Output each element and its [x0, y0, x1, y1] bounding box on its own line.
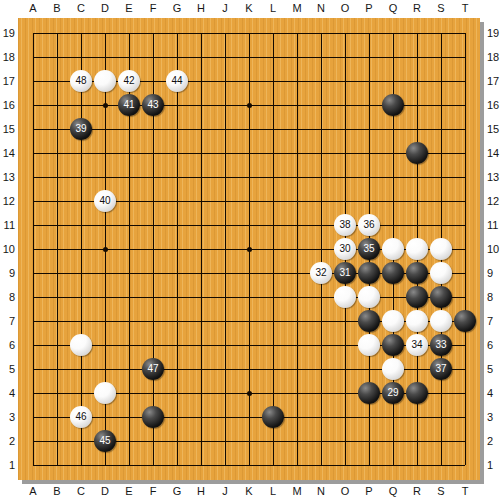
- intersection-J14[interactable]: [213, 141, 237, 165]
- intersection-P8[interactable]: [357, 285, 381, 309]
- intersection-H18[interactable]: [189, 45, 213, 69]
- intersection-A4[interactable]: [21, 381, 45, 405]
- intersection-E6[interactable]: [117, 333, 141, 357]
- intersection-G11[interactable]: [165, 213, 189, 237]
- intersection-S15[interactable]: [429, 117, 453, 141]
- intersection-R17[interactable]: [405, 69, 429, 93]
- intersection-O11[interactable]: 38: [333, 213, 357, 237]
- intersection-G5[interactable]: [165, 357, 189, 381]
- intersection-T12[interactable]: [453, 189, 477, 213]
- intersection-P10[interactable]: 35: [357, 237, 381, 261]
- intersection-A8[interactable]: [21, 285, 45, 309]
- intersection-O3[interactable]: [333, 405, 357, 429]
- intersection-A5[interactable]: [21, 357, 45, 381]
- intersection-N16[interactable]: [309, 93, 333, 117]
- intersection-C1[interactable]: [69, 453, 93, 477]
- intersection-P13[interactable]: [357, 165, 381, 189]
- intersection-N14[interactable]: [309, 141, 333, 165]
- intersection-B18[interactable]: [45, 45, 69, 69]
- intersection-F7[interactable]: [141, 309, 165, 333]
- intersection-G8[interactable]: [165, 285, 189, 309]
- intersection-O16[interactable]: [333, 93, 357, 117]
- intersection-R18[interactable]: [405, 45, 429, 69]
- intersection-G7[interactable]: [165, 309, 189, 333]
- intersection-H2[interactable]: [189, 429, 213, 453]
- intersection-J8[interactable]: [213, 285, 237, 309]
- intersection-L10[interactable]: [261, 237, 285, 261]
- intersection-A1[interactable]: [21, 453, 45, 477]
- intersection-A14[interactable]: [21, 141, 45, 165]
- intersection-E13[interactable]: [117, 165, 141, 189]
- intersection-J16[interactable]: [213, 93, 237, 117]
- intersection-L3[interactable]: [261, 405, 285, 429]
- intersection-A9[interactable]: [21, 261, 45, 285]
- intersection-D18[interactable]: [93, 45, 117, 69]
- intersection-K1[interactable]: [237, 453, 261, 477]
- intersection-D1[interactable]: [93, 453, 117, 477]
- intersection-C2[interactable]: [69, 429, 93, 453]
- intersection-S12[interactable]: [429, 189, 453, 213]
- intersection-E17[interactable]: 42: [117, 69, 141, 93]
- intersection-P18[interactable]: [357, 45, 381, 69]
- intersection-S11[interactable]: [429, 213, 453, 237]
- intersection-J17[interactable]: [213, 69, 237, 93]
- intersection-Q16[interactable]: [381, 93, 405, 117]
- intersection-R19[interactable]: [405, 21, 429, 45]
- intersection-C4[interactable]: [69, 381, 93, 405]
- intersection-B8[interactable]: [45, 285, 69, 309]
- intersection-N6[interactable]: [309, 333, 333, 357]
- intersection-E9[interactable]: [117, 261, 141, 285]
- intersection-L7[interactable]: [261, 309, 285, 333]
- intersection-T4[interactable]: [453, 381, 477, 405]
- intersection-Q2[interactable]: [381, 429, 405, 453]
- intersection-M14[interactable]: [285, 141, 309, 165]
- intersection-D15[interactable]: [93, 117, 117, 141]
- intersection-J7[interactable]: [213, 309, 237, 333]
- intersection-K19[interactable]: [237, 21, 261, 45]
- intersection-K9[interactable]: [237, 261, 261, 285]
- intersection-R5[interactable]: [405, 357, 429, 381]
- intersection-Q5[interactable]: [381, 357, 405, 381]
- intersection-T14[interactable]: [453, 141, 477, 165]
- intersection-B1[interactable]: [45, 453, 69, 477]
- intersection-E18[interactable]: [117, 45, 141, 69]
- intersection-G3[interactable]: [165, 405, 189, 429]
- intersection-F3[interactable]: [141, 405, 165, 429]
- intersection-D14[interactable]: [93, 141, 117, 165]
- intersection-R6[interactable]: 34: [405, 333, 429, 357]
- intersection-Q11[interactable]: [381, 213, 405, 237]
- intersection-N3[interactable]: [309, 405, 333, 429]
- intersection-E11[interactable]: [117, 213, 141, 237]
- intersection-K15[interactable]: [237, 117, 261, 141]
- intersection-K8[interactable]: [237, 285, 261, 309]
- intersection-B13[interactable]: [45, 165, 69, 189]
- intersection-B10[interactable]: [45, 237, 69, 261]
- intersection-S14[interactable]: [429, 141, 453, 165]
- intersection-T18[interactable]: [453, 45, 477, 69]
- intersection-Q1[interactable]: [381, 453, 405, 477]
- intersection-C11[interactable]: [69, 213, 93, 237]
- intersection-C13[interactable]: [69, 165, 93, 189]
- intersection-B4[interactable]: [45, 381, 69, 405]
- intersection-F10[interactable]: [141, 237, 165, 261]
- intersection-G16[interactable]: [165, 93, 189, 117]
- intersection-M15[interactable]: [285, 117, 309, 141]
- intersection-D17[interactable]: [93, 69, 117, 93]
- intersection-J1[interactable]: [213, 453, 237, 477]
- intersection-S3[interactable]: [429, 405, 453, 429]
- intersection-L17[interactable]: [261, 69, 285, 93]
- intersection-C18[interactable]: [69, 45, 93, 69]
- intersection-Q3[interactable]: [381, 405, 405, 429]
- intersection-T13[interactable]: [453, 165, 477, 189]
- intersection-S4[interactable]: [429, 381, 453, 405]
- intersection-R7[interactable]: [405, 309, 429, 333]
- intersection-L16[interactable]: [261, 93, 285, 117]
- intersection-D7[interactable]: [93, 309, 117, 333]
- intersection-T19[interactable]: [453, 21, 477, 45]
- intersection-O17[interactable]: [333, 69, 357, 93]
- intersection-N9[interactable]: 32: [309, 261, 333, 285]
- intersection-S2[interactable]: [429, 429, 453, 453]
- intersection-B3[interactable]: [45, 405, 69, 429]
- intersection-R1[interactable]: [405, 453, 429, 477]
- intersection-N13[interactable]: [309, 165, 333, 189]
- intersection-N4[interactable]: [309, 381, 333, 405]
- intersection-A11[interactable]: [21, 213, 45, 237]
- intersection-D5[interactable]: [93, 357, 117, 381]
- intersection-K13[interactable]: [237, 165, 261, 189]
- intersection-C9[interactable]: [69, 261, 93, 285]
- intersection-O7[interactable]: [333, 309, 357, 333]
- intersection-C14[interactable]: [69, 141, 93, 165]
- intersection-Q12[interactable]: [381, 189, 405, 213]
- intersection-R9[interactable]: [405, 261, 429, 285]
- intersection-C7[interactable]: [69, 309, 93, 333]
- intersection-F13[interactable]: [141, 165, 165, 189]
- intersection-E2[interactable]: [117, 429, 141, 453]
- intersection-B9[interactable]: [45, 261, 69, 285]
- intersection-K14[interactable]: [237, 141, 261, 165]
- intersection-K11[interactable]: [237, 213, 261, 237]
- intersection-T9[interactable]: [453, 261, 477, 285]
- intersection-T5[interactable]: [453, 357, 477, 381]
- intersection-T6[interactable]: [453, 333, 477, 357]
- intersection-F9[interactable]: [141, 261, 165, 285]
- intersection-O15[interactable]: [333, 117, 357, 141]
- intersection-O9[interactable]: 31: [333, 261, 357, 285]
- intersection-R16[interactable]: [405, 93, 429, 117]
- intersection-T15[interactable]: [453, 117, 477, 141]
- intersection-M13[interactable]: [285, 165, 309, 189]
- intersection-O4[interactable]: [333, 381, 357, 405]
- intersection-E4[interactable]: [117, 381, 141, 405]
- intersection-S10[interactable]: [429, 237, 453, 261]
- intersection-R12[interactable]: [405, 189, 429, 213]
- intersection-O12[interactable]: [333, 189, 357, 213]
- intersection-K16[interactable]: [237, 93, 261, 117]
- intersection-G17[interactable]: 44: [165, 69, 189, 93]
- intersection-S6[interactable]: 33: [429, 333, 453, 357]
- intersection-S1[interactable]: [429, 453, 453, 477]
- intersection-N5[interactable]: [309, 357, 333, 381]
- intersection-K5[interactable]: [237, 357, 261, 381]
- intersection-L12[interactable]: [261, 189, 285, 213]
- intersection-P5[interactable]: [357, 357, 381, 381]
- intersection-F16[interactable]: 43: [141, 93, 165, 117]
- intersection-O6[interactable]: [333, 333, 357, 357]
- intersection-D16[interactable]: [93, 93, 117, 117]
- intersection-L4[interactable]: [261, 381, 285, 405]
- intersection-J13[interactable]: [213, 165, 237, 189]
- intersection-P3[interactable]: [357, 405, 381, 429]
- intersection-H17[interactable]: [189, 69, 213, 93]
- intersection-F2[interactable]: [141, 429, 165, 453]
- intersection-F12[interactable]: [141, 189, 165, 213]
- intersection-E8[interactable]: [117, 285, 141, 309]
- intersection-N7[interactable]: [309, 309, 333, 333]
- intersection-Q14[interactable]: [381, 141, 405, 165]
- intersection-P9[interactable]: [357, 261, 381, 285]
- intersection-A2[interactable]: [21, 429, 45, 453]
- intersection-C8[interactable]: [69, 285, 93, 309]
- intersection-F14[interactable]: [141, 141, 165, 165]
- intersection-C12[interactable]: [69, 189, 93, 213]
- intersection-P7[interactable]: [357, 309, 381, 333]
- intersection-F11[interactable]: [141, 213, 165, 237]
- intersection-J2[interactable]: [213, 429, 237, 453]
- intersection-F8[interactable]: [141, 285, 165, 309]
- intersection-L5[interactable]: [261, 357, 285, 381]
- intersection-B7[interactable]: [45, 309, 69, 333]
- intersection-T1[interactable]: [453, 453, 477, 477]
- intersection-N2[interactable]: [309, 429, 333, 453]
- intersection-M1[interactable]: [285, 453, 309, 477]
- intersection-B2[interactable]: [45, 429, 69, 453]
- intersection-T2[interactable]: [453, 429, 477, 453]
- intersection-N10[interactable]: [309, 237, 333, 261]
- intersection-R14[interactable]: [405, 141, 429, 165]
- intersection-M17[interactable]: [285, 69, 309, 93]
- intersection-R15[interactable]: [405, 117, 429, 141]
- intersection-M4[interactable]: [285, 381, 309, 405]
- intersection-H6[interactable]: [189, 333, 213, 357]
- intersection-Q4[interactable]: 29: [381, 381, 405, 405]
- intersection-F18[interactable]: [141, 45, 165, 69]
- intersection-P4[interactable]: [357, 381, 381, 405]
- intersection-H4[interactable]: [189, 381, 213, 405]
- intersection-L14[interactable]: [261, 141, 285, 165]
- intersection-E16[interactable]: 41: [117, 93, 141, 117]
- intersection-H11[interactable]: [189, 213, 213, 237]
- intersection-R4[interactable]: [405, 381, 429, 405]
- intersection-K2[interactable]: [237, 429, 261, 453]
- intersection-O18[interactable]: [333, 45, 357, 69]
- intersection-O10[interactable]: 30: [333, 237, 357, 261]
- intersection-P14[interactable]: [357, 141, 381, 165]
- intersection-N19[interactable]: [309, 21, 333, 45]
- intersection-Q10[interactable]: [381, 237, 405, 261]
- intersection-O1[interactable]: [333, 453, 357, 477]
- intersection-G19[interactable]: [165, 21, 189, 45]
- intersection-N18[interactable]: [309, 45, 333, 69]
- intersection-Q19[interactable]: [381, 21, 405, 45]
- intersection-B19[interactable]: [45, 21, 69, 45]
- intersection-L2[interactable]: [261, 429, 285, 453]
- intersection-A16[interactable]: [21, 93, 45, 117]
- intersection-H5[interactable]: [189, 357, 213, 381]
- intersection-E10[interactable]: [117, 237, 141, 261]
- intersection-E3[interactable]: [117, 405, 141, 429]
- intersection-C6[interactable]: [69, 333, 93, 357]
- intersection-F6[interactable]: [141, 333, 165, 357]
- intersection-G12[interactable]: [165, 189, 189, 213]
- intersection-K3[interactable]: [237, 405, 261, 429]
- intersection-G2[interactable]: [165, 429, 189, 453]
- intersection-J4[interactable]: [213, 381, 237, 405]
- intersection-J3[interactable]: [213, 405, 237, 429]
- intersection-S5[interactable]: 37: [429, 357, 453, 381]
- intersection-M9[interactable]: [285, 261, 309, 285]
- intersection-H13[interactable]: [189, 165, 213, 189]
- intersection-J10[interactable]: [213, 237, 237, 261]
- intersection-D19[interactable]: [93, 21, 117, 45]
- intersection-O5[interactable]: [333, 357, 357, 381]
- intersection-D10[interactable]: [93, 237, 117, 261]
- intersection-B11[interactable]: [45, 213, 69, 237]
- intersection-P6[interactable]: [357, 333, 381, 357]
- intersection-H14[interactable]: [189, 141, 213, 165]
- intersection-J19[interactable]: [213, 21, 237, 45]
- intersection-M6[interactable]: [285, 333, 309, 357]
- intersection-N1[interactable]: [309, 453, 333, 477]
- intersection-K12[interactable]: [237, 189, 261, 213]
- intersection-F19[interactable]: [141, 21, 165, 45]
- intersection-K4[interactable]: [237, 381, 261, 405]
- intersection-B6[interactable]: [45, 333, 69, 357]
- intersection-F4[interactable]: [141, 381, 165, 405]
- intersection-L18[interactable]: [261, 45, 285, 69]
- intersection-O14[interactable]: [333, 141, 357, 165]
- intersection-A17[interactable]: [21, 69, 45, 93]
- intersection-L8[interactable]: [261, 285, 285, 309]
- intersection-L6[interactable]: [261, 333, 285, 357]
- intersection-K17[interactable]: [237, 69, 261, 93]
- intersection-H10[interactable]: [189, 237, 213, 261]
- intersection-R11[interactable]: [405, 213, 429, 237]
- intersection-D11[interactable]: [93, 213, 117, 237]
- intersection-O13[interactable]: [333, 165, 357, 189]
- intersection-M18[interactable]: [285, 45, 309, 69]
- intersection-J5[interactable]: [213, 357, 237, 381]
- intersection-J6[interactable]: [213, 333, 237, 357]
- intersection-H15[interactable]: [189, 117, 213, 141]
- intersection-A3[interactable]: [21, 405, 45, 429]
- intersection-Q6[interactable]: [381, 333, 405, 357]
- intersection-M8[interactable]: [285, 285, 309, 309]
- intersection-F5[interactable]: 47: [141, 357, 165, 381]
- intersection-C15[interactable]: 39: [69, 117, 93, 141]
- intersection-N8[interactable]: [309, 285, 333, 309]
- intersection-A12[interactable]: [21, 189, 45, 213]
- intersection-P12[interactable]: [357, 189, 381, 213]
- intersection-B14[interactable]: [45, 141, 69, 165]
- intersection-M3[interactable]: [285, 405, 309, 429]
- intersection-Q7[interactable]: [381, 309, 405, 333]
- intersection-L1[interactable]: [261, 453, 285, 477]
- intersection-Q13[interactable]: [381, 165, 405, 189]
- intersection-S19[interactable]: [429, 21, 453, 45]
- intersection-J15[interactable]: [213, 117, 237, 141]
- intersection-D6[interactable]: [93, 333, 117, 357]
- intersection-B15[interactable]: [45, 117, 69, 141]
- intersection-H7[interactable]: [189, 309, 213, 333]
- intersection-G4[interactable]: [165, 381, 189, 405]
- intersection-Q15[interactable]: [381, 117, 405, 141]
- intersection-J9[interactable]: [213, 261, 237, 285]
- intersection-E15[interactable]: [117, 117, 141, 141]
- intersection-Q9[interactable]: [381, 261, 405, 285]
- intersection-T7[interactable]: [453, 309, 477, 333]
- intersection-P11[interactable]: 36: [357, 213, 381, 237]
- intersection-B17[interactable]: [45, 69, 69, 93]
- intersection-D9[interactable]: [93, 261, 117, 285]
- intersection-C17[interactable]: 48: [69, 69, 93, 93]
- intersection-G15[interactable]: [165, 117, 189, 141]
- intersection-L19[interactable]: [261, 21, 285, 45]
- intersection-C19[interactable]: [69, 21, 93, 45]
- intersection-M2[interactable]: [285, 429, 309, 453]
- intersection-B5[interactable]: [45, 357, 69, 381]
- intersection-J11[interactable]: [213, 213, 237, 237]
- intersection-M16[interactable]: [285, 93, 309, 117]
- intersection-R13[interactable]: [405, 165, 429, 189]
- intersection-O8[interactable]: [333, 285, 357, 309]
- intersection-T16[interactable]: [453, 93, 477, 117]
- intersection-G18[interactable]: [165, 45, 189, 69]
- intersection-M5[interactable]: [285, 357, 309, 381]
- intersection-G9[interactable]: [165, 261, 189, 285]
- intersection-T10[interactable]: [453, 237, 477, 261]
- intersection-D4[interactable]: [93, 381, 117, 405]
- intersection-K18[interactable]: [237, 45, 261, 69]
- intersection-A6[interactable]: [21, 333, 45, 357]
- intersection-A7[interactable]: [21, 309, 45, 333]
- intersection-J12[interactable]: [213, 189, 237, 213]
- intersection-M11[interactable]: [285, 213, 309, 237]
- intersection-F1[interactable]: [141, 453, 165, 477]
- intersection-C5[interactable]: [69, 357, 93, 381]
- intersection-D12[interactable]: 40: [93, 189, 117, 213]
- intersection-M7[interactable]: [285, 309, 309, 333]
- intersection-C3[interactable]: 46: [69, 405, 93, 429]
- intersection-S13[interactable]: [429, 165, 453, 189]
- intersection-A13[interactable]: [21, 165, 45, 189]
- intersection-N15[interactable]: [309, 117, 333, 141]
- intersection-R2[interactable]: [405, 429, 429, 453]
- intersection-L13[interactable]: [261, 165, 285, 189]
- intersection-H8[interactable]: [189, 285, 213, 309]
- intersection-L15[interactable]: [261, 117, 285, 141]
- intersection-M19[interactable]: [285, 21, 309, 45]
- intersection-T11[interactable]: [453, 213, 477, 237]
- intersection-A19[interactable]: [21, 21, 45, 45]
- intersection-D13[interactable]: [93, 165, 117, 189]
- intersection-C16[interactable]: [69, 93, 93, 117]
- intersection-D8[interactable]: [93, 285, 117, 309]
